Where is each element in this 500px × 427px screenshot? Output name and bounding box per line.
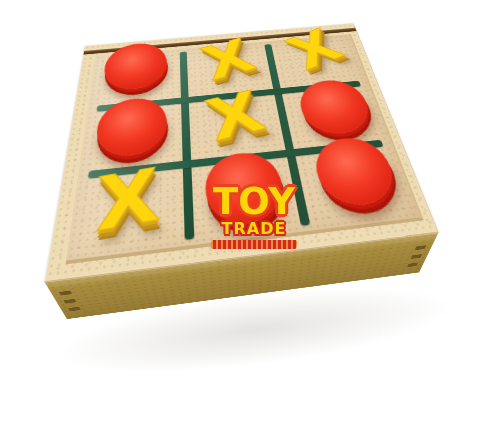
- o-piece[interactable]: [94, 96, 167, 160]
- board-grid: [66, 34, 420, 260]
- game-board: [66, 34, 424, 264]
- o-piece[interactable]: [203, 150, 287, 228]
- o-piece[interactable]: [309, 135, 402, 209]
- x-piece[interactable]: [202, 38, 255, 83]
- x-piece[interactable]: [288, 30, 347, 74]
- game-box: [45, 23, 438, 281]
- x-piece[interactable]: [93, 164, 160, 238]
- finger-joints-left: [56, 285, 82, 313]
- o-piece[interactable]: [102, 41, 167, 92]
- product-photo: TOY TRADE: [0, 0, 500, 427]
- cell-r2-c2[interactable]: [291, 142, 420, 231]
- cell-r2-c0[interactable]: [66, 164, 189, 260]
- scene: [0, 0, 500, 427]
- cell-r2-c1[interactable]: [187, 153, 308, 245]
- finger-joints-right: [406, 240, 429, 270]
